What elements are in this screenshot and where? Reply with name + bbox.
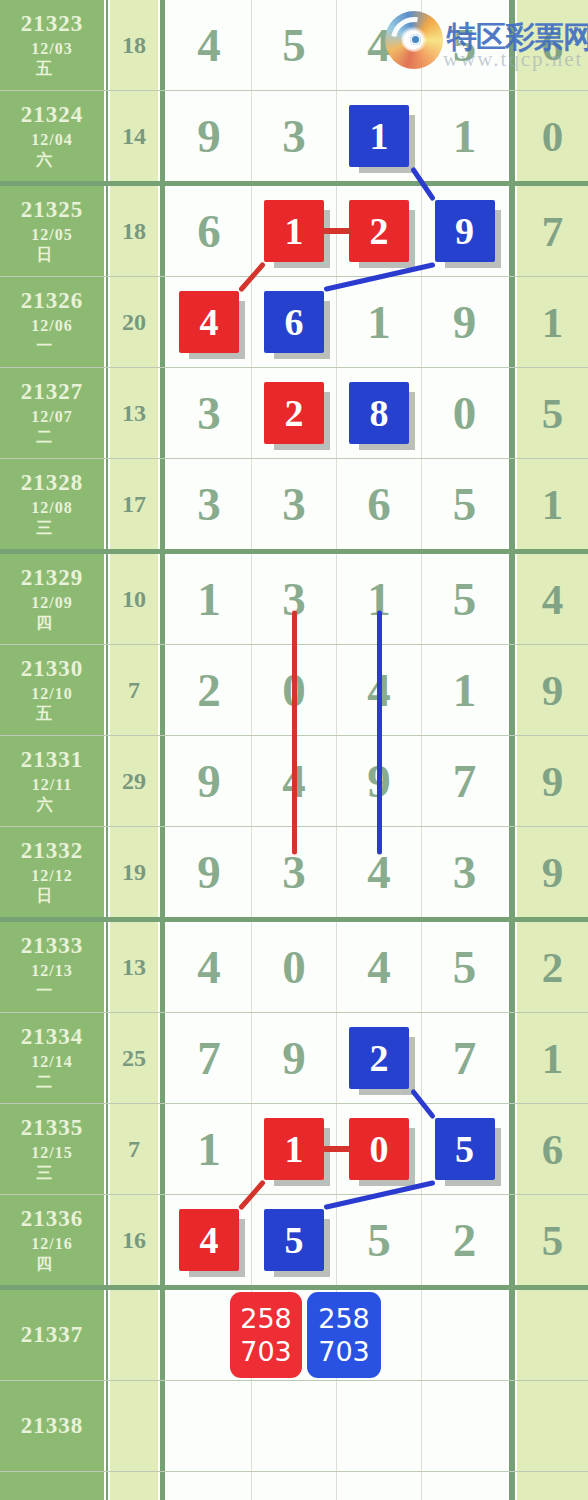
table-row: 2132812/08三1733651 bbox=[0, 459, 588, 554]
period-cell: 2133612/16四 bbox=[0, 1195, 104, 1285]
sum-value-cell: 13 bbox=[110, 368, 158, 458]
table-row: 2133012/10五720419 bbox=[0, 645, 588, 736]
sum-value-cell: 14 bbox=[110, 91, 158, 181]
digit-cell: 7 bbox=[422, 736, 507, 826]
digit-value: 9 bbox=[197, 845, 221, 899]
period-cell: 2132912/09四 bbox=[0, 554, 104, 644]
digit-value: 1 bbox=[367, 295, 391, 349]
digit-cell bbox=[252, 1290, 337, 1380]
column-divider bbox=[158, 736, 167, 826]
digit-cell bbox=[167, 1290, 252, 1380]
period-cell: 2132312/03五 bbox=[0, 0, 104, 90]
digit-cell: 2 bbox=[252, 368, 337, 458]
fifth-digit-cell: 1 bbox=[517, 277, 588, 367]
digit-value: 4 bbox=[282, 754, 306, 808]
lottery-trend-chart: 2132312/03五18454562132412/04六14931102132… bbox=[0, 0, 588, 1500]
digit-value: 1 bbox=[197, 572, 221, 626]
highlight-red-box: 1 bbox=[264, 1118, 324, 1180]
fifth-digit-cell: 9 bbox=[517, 645, 588, 735]
column-divider bbox=[158, 186, 167, 276]
draw-weekday: 五 bbox=[36, 59, 72, 79]
fifth-digit-cell: 1 bbox=[517, 1013, 588, 1103]
highlight-blue-box: 9 bbox=[435, 200, 495, 262]
digit-value: 6 bbox=[197, 204, 221, 258]
digit-value: 0 bbox=[453, 386, 477, 440]
draw-date: 12/07二 bbox=[31, 407, 72, 447]
fifth-digit-cell: 0 bbox=[517, 91, 588, 181]
period-number: 21332 bbox=[21, 838, 84, 864]
column-divider bbox=[158, 1104, 167, 1194]
digit-value: 3 bbox=[282, 477, 306, 531]
digit-value: 5 bbox=[453, 940, 477, 994]
column-divider bbox=[507, 554, 517, 644]
column-divider bbox=[158, 459, 167, 549]
draw-date: 12/06一 bbox=[31, 316, 72, 356]
draw-weekday: 日 bbox=[36, 245, 72, 265]
period-cell: 2132712/07二 bbox=[0, 368, 104, 458]
digit-value: 2 bbox=[197, 663, 221, 717]
digit-value: 6 bbox=[367, 477, 391, 531]
digit-cell: 9 bbox=[337, 736, 422, 826]
highlight-blue-box: 2 bbox=[349, 1027, 409, 1089]
period-cell: 2133412/14二 bbox=[0, 1013, 104, 1103]
column-divider bbox=[158, 368, 167, 458]
column-divider bbox=[507, 922, 517, 1012]
highlight-blue-box: 5 bbox=[264, 1209, 324, 1271]
digit-cell bbox=[167, 1381, 252, 1471]
table-row: 2132412/04六1493110 bbox=[0, 91, 588, 186]
column-divider bbox=[158, 554, 167, 644]
highlight-blue-box: 1 bbox=[349, 105, 409, 167]
period-number: 21329 bbox=[21, 565, 84, 591]
table-row: 21337 bbox=[0, 1290, 588, 1381]
sum-value-cell: 13 bbox=[110, 922, 158, 1012]
digit-cell: 2 bbox=[337, 186, 422, 276]
digit-cell: 5 bbox=[422, 554, 507, 644]
digit-value: 4 bbox=[367, 18, 391, 72]
column-divider bbox=[507, 1472, 517, 1500]
digit-cell: 1 bbox=[422, 645, 507, 735]
digit-value: 9 bbox=[282, 1031, 306, 1085]
digit-value: 3 bbox=[282, 109, 306, 163]
digit-value: 5 bbox=[453, 477, 477, 531]
digit-value: 2 bbox=[453, 1213, 477, 1267]
digit-value: 1 bbox=[367, 572, 391, 626]
sum-value-cell: 7 bbox=[110, 1104, 158, 1194]
digit-cell: 4 bbox=[167, 0, 252, 90]
sum-value-cell bbox=[110, 1290, 158, 1380]
highlight-red-box: 2 bbox=[349, 200, 409, 262]
draw-date-md: 12/08 bbox=[31, 498, 72, 518]
digit-cell: 4 bbox=[167, 922, 252, 1012]
draw-weekday: 四 bbox=[36, 1254, 72, 1274]
digit-value: 9 bbox=[197, 754, 221, 808]
table-row: 2132512/05日1861297 bbox=[0, 186, 588, 277]
period-number: 21326 bbox=[21, 288, 84, 314]
table-row: 2133612/16四1645525 bbox=[0, 1195, 588, 1290]
digit-value: 4 bbox=[367, 940, 391, 994]
draw-date: 12/12日 bbox=[31, 866, 72, 906]
column-divider bbox=[158, 1013, 167, 1103]
digit-value: 5 bbox=[282, 18, 306, 72]
draw-date-md: 12/14 bbox=[31, 1052, 72, 1072]
digit-cell bbox=[167, 1472, 252, 1500]
table-row: 2133212/12日1993439 bbox=[0, 827, 588, 922]
draw-date: 12/04六 bbox=[31, 130, 72, 170]
fifth-digit-cell bbox=[517, 1472, 588, 1500]
digit-value: 5 bbox=[453, 572, 477, 626]
digit-value: 7 bbox=[453, 754, 477, 808]
column-divider bbox=[507, 1013, 517, 1103]
column-divider bbox=[158, 277, 167, 367]
period-number: 21328 bbox=[21, 470, 84, 496]
digit-cell: 5 bbox=[422, 0, 507, 90]
column-divider bbox=[507, 368, 517, 458]
digit-cell: 8 bbox=[337, 368, 422, 458]
digit-cell: 0 bbox=[252, 922, 337, 1012]
column-divider bbox=[158, 91, 167, 181]
digit-value: 3 bbox=[453, 845, 477, 899]
draw-weekday: 二 bbox=[36, 427, 72, 447]
period-number: 21338 bbox=[21, 1413, 84, 1439]
column-divider bbox=[507, 186, 517, 276]
digit-cell: 6 bbox=[252, 277, 337, 367]
column-divider bbox=[507, 1381, 517, 1471]
draw-date: 12/14二 bbox=[31, 1052, 72, 1092]
sum-value-cell: 29 bbox=[110, 736, 158, 826]
digit-cell: 4 bbox=[337, 645, 422, 735]
period-number: 21323 bbox=[21, 11, 84, 37]
digit-value: 5 bbox=[453, 18, 477, 72]
fifth-digit-cell: 6 bbox=[517, 1104, 588, 1194]
column-divider bbox=[158, 827, 167, 917]
digit-cell: 2 bbox=[422, 1195, 507, 1285]
highlight-red-box: 1 bbox=[264, 200, 324, 262]
digit-cell: 1 bbox=[422, 91, 507, 181]
table-row: 2133112/11六2994979 bbox=[0, 736, 588, 827]
period-number: 21330 bbox=[21, 656, 84, 682]
digit-cell bbox=[422, 1381, 507, 1471]
table-row: 2132912/09四1013154 bbox=[0, 554, 588, 645]
draw-date-md: 12/15 bbox=[31, 1143, 72, 1163]
highlight-blue-box: 6 bbox=[264, 291, 324, 353]
table-row: 2132312/03五1845456 bbox=[0, 0, 588, 91]
period-cell: 2133512/15三 bbox=[0, 1104, 104, 1194]
sum-value-cell: 18 bbox=[110, 0, 158, 90]
draw-date: 12/09四 bbox=[31, 593, 72, 633]
draw-date-md: 12/16 bbox=[31, 1234, 72, 1254]
draw-date: 12/03五 bbox=[31, 39, 72, 79]
period-cell bbox=[0, 1472, 104, 1500]
period-number: 21327 bbox=[21, 379, 84, 405]
sum-value-cell: 10 bbox=[110, 554, 158, 644]
digit-cell: 3 bbox=[167, 368, 252, 458]
column-divider bbox=[158, 1381, 167, 1471]
fifth-digit-cell: 2 bbox=[517, 922, 588, 1012]
digit-cell: 1 bbox=[167, 554, 252, 644]
digit-cell: 1 bbox=[167, 1104, 252, 1194]
digit-cell: 0 bbox=[337, 1104, 422, 1194]
digit-cell: 1 bbox=[252, 1104, 337, 1194]
draw-date-md: 12/12 bbox=[31, 866, 72, 886]
digit-cell: 4 bbox=[167, 1195, 252, 1285]
highlight-red-box: 0 bbox=[349, 1118, 409, 1180]
period-cell: 2132512/05日 bbox=[0, 186, 104, 276]
digit-cell: 5 bbox=[422, 459, 507, 549]
draw-date-md: 12/07 bbox=[31, 407, 72, 427]
table-row bbox=[0, 1472, 588, 1500]
digit-cell: 6 bbox=[337, 459, 422, 549]
period-number: 21325 bbox=[21, 197, 84, 223]
digit-value: 0 bbox=[282, 940, 306, 994]
draw-date: 12/13一 bbox=[31, 961, 72, 1001]
highlight-red-box: 2 bbox=[264, 382, 324, 444]
digit-cell bbox=[422, 1290, 507, 1380]
digit-cell: 4 bbox=[337, 922, 422, 1012]
digit-cell: 3 bbox=[252, 459, 337, 549]
period-number: 21337 bbox=[21, 1322, 84, 1348]
draw-date-md: 12/11 bbox=[32, 775, 73, 795]
draw-weekday: 一 bbox=[36, 336, 72, 356]
column-divider bbox=[507, 645, 517, 735]
digit-cell: 0 bbox=[422, 368, 507, 458]
draw-date: 12/11六 bbox=[32, 775, 73, 815]
draw-weekday: 日 bbox=[36, 886, 72, 906]
draw-date-md: 12/10 bbox=[31, 684, 72, 704]
digit-value: 9 bbox=[197, 109, 221, 163]
sum-value-cell bbox=[110, 1472, 158, 1500]
period-number: 21324 bbox=[21, 102, 84, 128]
digit-cell: 9 bbox=[422, 186, 507, 276]
period-cell: 2132812/08三 bbox=[0, 459, 104, 549]
sum-value-cell: 16 bbox=[110, 1195, 158, 1285]
sum-value-cell: 20 bbox=[110, 277, 158, 367]
draw-date-md: 12/05 bbox=[31, 225, 72, 245]
column-divider bbox=[158, 0, 167, 90]
digit-value: 0 bbox=[282, 663, 306, 717]
fifth-digit-cell: 7 bbox=[517, 186, 588, 276]
period-number: 21336 bbox=[21, 1206, 84, 1232]
period-number: 21334 bbox=[21, 1024, 84, 1050]
fifth-digit-cell: 4 bbox=[517, 554, 588, 644]
digit-value: 1 bbox=[197, 1122, 221, 1176]
digit-cell bbox=[337, 1290, 422, 1380]
highlight-red-box: 4 bbox=[179, 291, 239, 353]
table-row: 2133512/15三711056 bbox=[0, 1104, 588, 1195]
digit-cell: 3 bbox=[167, 459, 252, 549]
digit-cell: 7 bbox=[167, 1013, 252, 1103]
digit-cell: 3 bbox=[252, 554, 337, 644]
period-cell: 2133312/13一 bbox=[0, 922, 104, 1012]
digit-value: 3 bbox=[197, 386, 221, 440]
digit-value: 9 bbox=[453, 295, 477, 349]
draw-weekday: 六 bbox=[36, 150, 72, 170]
column-divider bbox=[507, 1104, 517, 1194]
sum-value-cell: 18 bbox=[110, 186, 158, 276]
period-cell: 2132612/06一 bbox=[0, 277, 104, 367]
fifth-digit-cell: 9 bbox=[517, 736, 588, 826]
period-number: 21333 bbox=[21, 933, 84, 959]
digit-cell: 9 bbox=[167, 736, 252, 826]
digit-cell: 1 bbox=[337, 277, 422, 367]
period-cell: 2133012/10五 bbox=[0, 645, 104, 735]
period-cell: 2133212/12日 bbox=[0, 827, 104, 917]
period-cell: 21338 bbox=[0, 1381, 104, 1471]
table-row: 2132712/07二1332805 bbox=[0, 368, 588, 459]
digit-value: 3 bbox=[282, 572, 306, 626]
digit-cell: 3 bbox=[252, 91, 337, 181]
draw-weekday: 二 bbox=[36, 1072, 72, 1092]
draw-weekday: 一 bbox=[36, 981, 72, 1001]
draw-weekday: 五 bbox=[36, 704, 72, 724]
digit-cell: 2 bbox=[337, 1013, 422, 1103]
draw-date: 12/10五 bbox=[31, 684, 72, 724]
digit-cell: 2 bbox=[167, 645, 252, 735]
digit-cell: 5 bbox=[337, 1195, 422, 1285]
fifth-digit-cell: 5 bbox=[517, 368, 588, 458]
sum-value-cell: 25 bbox=[110, 1013, 158, 1103]
sum-value-cell bbox=[110, 1381, 158, 1471]
draw-date-md: 12/09 bbox=[31, 593, 72, 613]
digit-cell: 5 bbox=[252, 1195, 337, 1285]
digit-value: 4 bbox=[197, 940, 221, 994]
column-divider bbox=[507, 0, 517, 90]
digit-cell: 9 bbox=[167, 91, 252, 181]
digit-value: 1 bbox=[453, 109, 477, 163]
highlight-red-box: 4 bbox=[179, 1209, 239, 1271]
fifth-digit-cell: 9 bbox=[517, 827, 588, 917]
column-divider bbox=[158, 1290, 167, 1380]
column-divider bbox=[158, 1472, 167, 1500]
column-divider bbox=[507, 277, 517, 367]
chart-rows: 2132312/03五18454562132412/04六14931102132… bbox=[0, 0, 588, 1500]
period-number: 21331 bbox=[21, 747, 84, 773]
column-divider bbox=[158, 922, 167, 1012]
table-row: 2133312/13一1340452 bbox=[0, 922, 588, 1013]
digit-value: 7 bbox=[453, 1031, 477, 1085]
highlight-blue-box: 5 bbox=[435, 1118, 495, 1180]
period-cell: 2132412/04六 bbox=[0, 91, 104, 181]
draw-weekday: 六 bbox=[37, 795, 73, 815]
digit-cell: 4 bbox=[167, 277, 252, 367]
sum-value-cell: 19 bbox=[110, 827, 158, 917]
sum-value-cell: 17 bbox=[110, 459, 158, 549]
draw-date: 12/08三 bbox=[31, 498, 72, 538]
digit-value: 1 bbox=[453, 663, 477, 717]
column-divider bbox=[507, 91, 517, 181]
digit-cell: 3 bbox=[422, 827, 507, 917]
digit-value: 7 bbox=[197, 1031, 221, 1085]
digit-cell: 4 bbox=[337, 827, 422, 917]
digit-cell: 6 bbox=[167, 186, 252, 276]
table-row: 21338 bbox=[0, 1381, 588, 1472]
digit-value: 4 bbox=[367, 663, 391, 717]
draw-weekday: 三 bbox=[36, 1163, 72, 1183]
period-number: 21335 bbox=[21, 1115, 84, 1141]
digit-cell bbox=[337, 1381, 422, 1471]
digit-value: 5 bbox=[367, 1213, 391, 1267]
fifth-digit-cell: 1 bbox=[517, 459, 588, 549]
digit-cell: 0 bbox=[252, 645, 337, 735]
sum-value-cell: 7 bbox=[110, 645, 158, 735]
digit-cell bbox=[252, 1472, 337, 1500]
table-row: 2132612/06一2046191 bbox=[0, 277, 588, 368]
digit-cell: 4 bbox=[337, 0, 422, 90]
highlight-blue-box: 8 bbox=[349, 382, 409, 444]
digit-cell: 5 bbox=[422, 1104, 507, 1194]
draw-date-md: 12/04 bbox=[31, 130, 72, 150]
column-divider bbox=[507, 459, 517, 549]
draw-date: 12/16四 bbox=[31, 1234, 72, 1274]
digit-cell: 5 bbox=[252, 0, 337, 90]
digit-cell: 4 bbox=[252, 736, 337, 826]
digit-cell: 1 bbox=[337, 554, 422, 644]
draw-date: 12/15三 bbox=[31, 1143, 72, 1183]
digit-cell bbox=[337, 1472, 422, 1500]
digit-value: 9 bbox=[367, 754, 391, 808]
column-divider bbox=[158, 1195, 167, 1285]
column-divider bbox=[507, 827, 517, 917]
period-cell: 2133112/11六 bbox=[0, 736, 104, 826]
digit-cell bbox=[252, 1381, 337, 1471]
column-divider bbox=[507, 1290, 517, 1380]
digit-value: 3 bbox=[197, 477, 221, 531]
table-row: 2133412/14二2579271 bbox=[0, 1013, 588, 1104]
digit-value: 4 bbox=[197, 18, 221, 72]
fifth-digit-cell: 5 bbox=[517, 1195, 588, 1285]
digit-cell: 1 bbox=[337, 91, 422, 181]
draw-date-md: 12/13 bbox=[31, 961, 72, 981]
column-divider bbox=[507, 1195, 517, 1285]
draw-weekday: 三 bbox=[36, 518, 72, 538]
digit-cell: 9 bbox=[422, 277, 507, 367]
fifth-digit-cell bbox=[517, 1290, 588, 1380]
digit-cell: 9 bbox=[252, 1013, 337, 1103]
column-divider bbox=[507, 736, 517, 826]
fifth-digit-cell bbox=[517, 1381, 588, 1471]
digit-value: 4 bbox=[367, 845, 391, 899]
period-cell: 21337 bbox=[0, 1290, 104, 1380]
draw-date-md: 12/03 bbox=[31, 39, 72, 59]
digit-cell: 3 bbox=[252, 827, 337, 917]
column-divider bbox=[158, 645, 167, 735]
digit-value: 3 bbox=[282, 845, 306, 899]
draw-date-md: 12/06 bbox=[31, 316, 72, 336]
draw-weekday: 四 bbox=[36, 613, 72, 633]
draw-date: 12/05日 bbox=[31, 225, 72, 265]
digit-cell: 7 bbox=[422, 1013, 507, 1103]
digit-cell: 5 bbox=[422, 922, 507, 1012]
digit-cell bbox=[422, 1472, 507, 1500]
digit-cell: 9 bbox=[167, 827, 252, 917]
fifth-digit-cell: 6 bbox=[517, 0, 588, 90]
digit-cell: 1 bbox=[252, 186, 337, 276]
